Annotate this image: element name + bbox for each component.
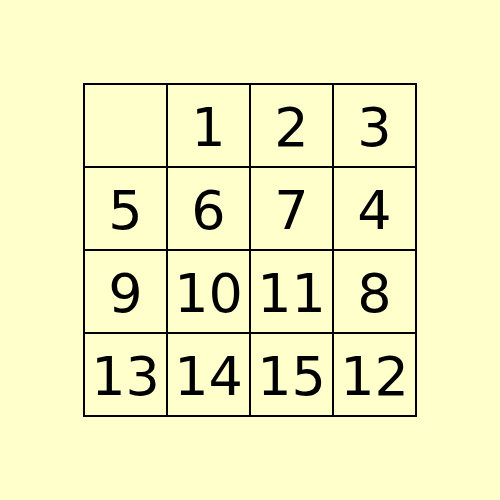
tile-6[interactable]: 6: [167, 167, 250, 250]
tile-5[interactable]: 5: [84, 167, 167, 250]
tile-14[interactable]: 14: [167, 333, 250, 416]
tile-12[interactable]: 12: [333, 333, 416, 416]
puzzle-board: 123567491011813141512: [83, 83, 417, 417]
tile-8[interactable]: 8: [333, 250, 416, 333]
tile-15[interactable]: 15: [250, 333, 333, 416]
tile-2[interactable]: 2: [250, 84, 333, 167]
tile-4[interactable]: 4: [333, 167, 416, 250]
blank-cell-r0c0: [84, 84, 167, 167]
tile-1[interactable]: 1: [167, 84, 250, 167]
tile-13[interactable]: 13: [84, 333, 167, 416]
tile-11[interactable]: 11: [250, 250, 333, 333]
tile-9[interactable]: 9: [84, 250, 167, 333]
puzzle-page: { "game": "15-puzzle", "description": "4…: [0, 0, 500, 500]
tile-3[interactable]: 3: [333, 84, 416, 167]
tile-7[interactable]: 7: [250, 167, 333, 250]
tile-10[interactable]: 10: [167, 250, 250, 333]
